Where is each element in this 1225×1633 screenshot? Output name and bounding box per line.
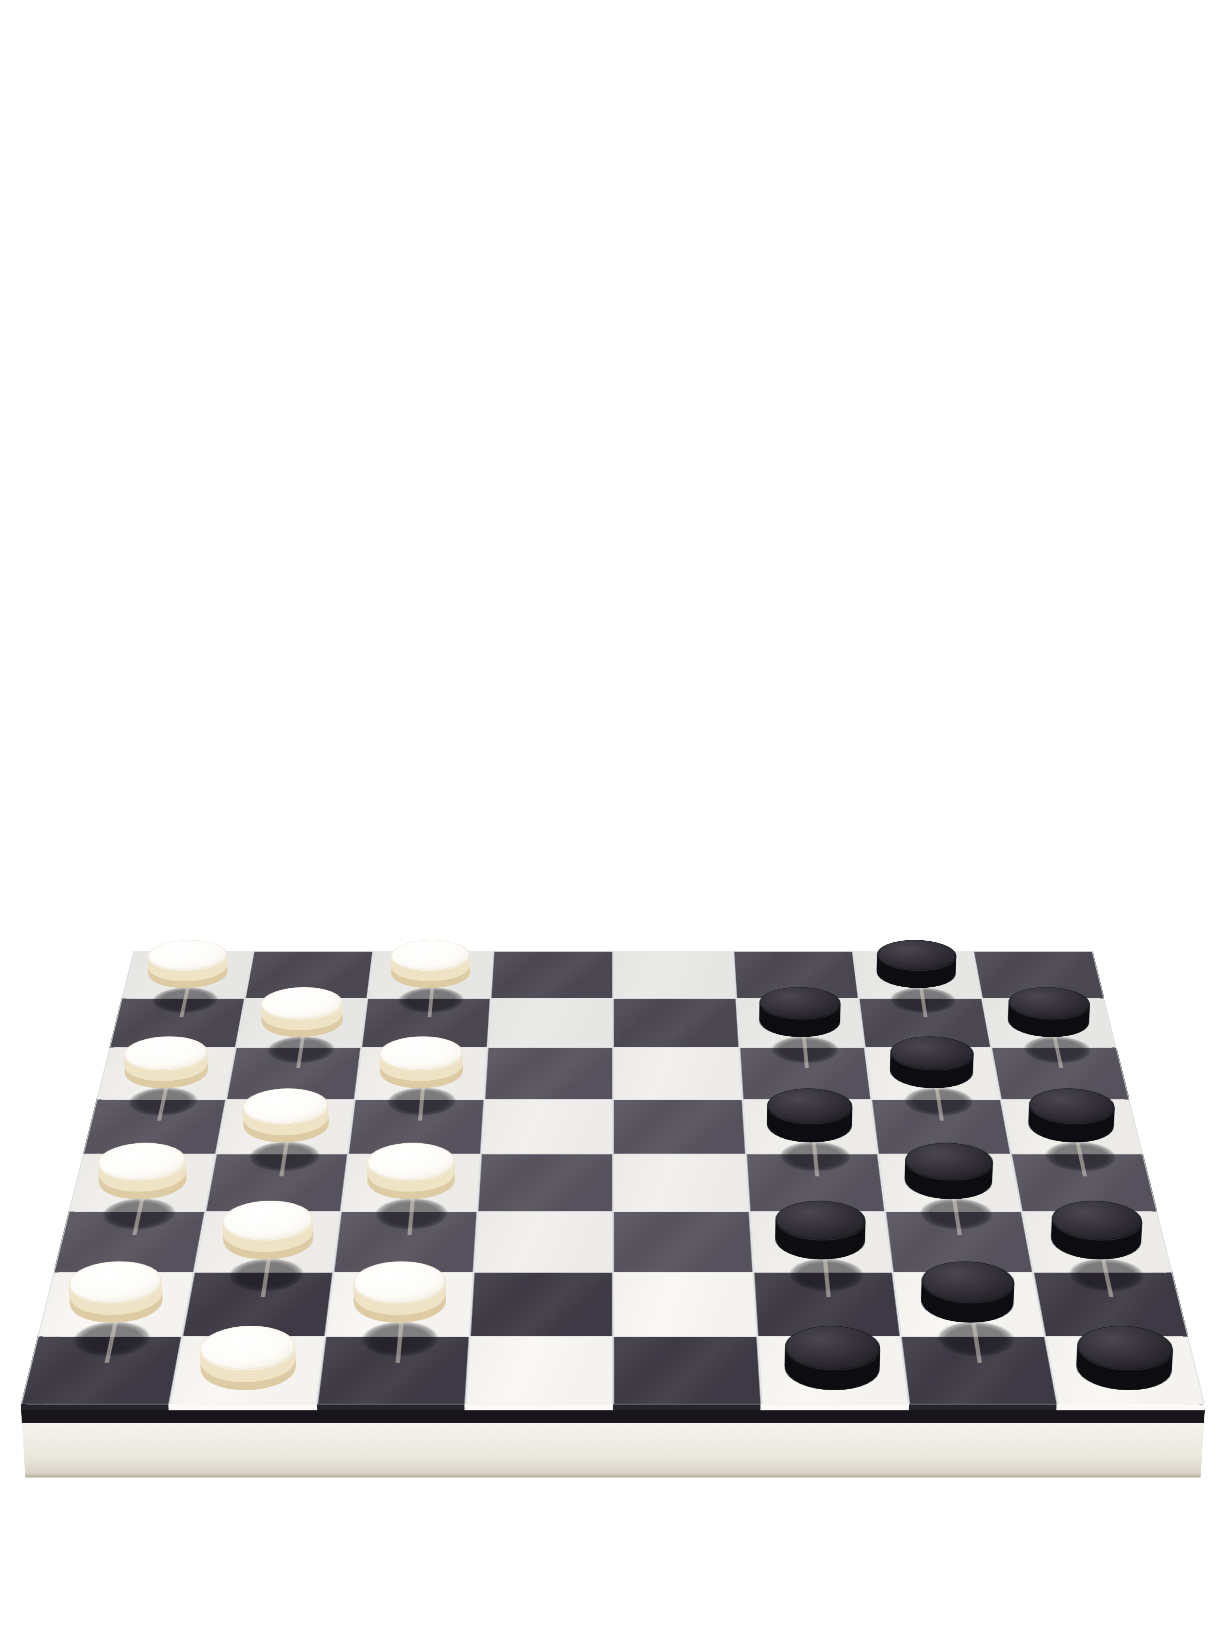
square-e3 <box>613 1212 753 1273</box>
square-d4 <box>477 1154 613 1212</box>
checker-black-h1 <box>1072 1348 1176 1392</box>
square-e1 <box>613 1336 761 1404</box>
square-d2 <box>469 1272 613 1336</box>
square-e6 <box>613 1048 742 1100</box>
checker-black-g2 <box>919 1283 1018 1325</box>
checker-black-f7 <box>758 1007 842 1039</box>
square-d8 <box>490 951 613 998</box>
square-e7 <box>613 998 739 1047</box>
checker-black-h5 <box>1025 1109 1118 1144</box>
checker-cream-c2 <box>352 1283 448 1325</box>
checker-cream-b5 <box>240 1109 330 1144</box>
checker-cream-a2 <box>66 1283 167 1325</box>
square-d5 <box>481 1099 614 1154</box>
square-e8 <box>613 951 736 998</box>
checker-cream-c8 <box>390 959 472 989</box>
square-d7 <box>487 998 613 1047</box>
checker-black-f1 <box>783 1348 882 1392</box>
square-d3 <box>473 1212 613 1273</box>
square-e4 <box>613 1154 749 1212</box>
square-e2 <box>613 1272 757 1336</box>
checker-black-h7 <box>1005 1007 1093 1039</box>
checker-cream-b7 <box>259 1007 345 1039</box>
square-e5 <box>613 1099 746 1154</box>
board-front-rim <box>21 1410 1205 1423</box>
checker-cream-a8 <box>145 959 230 989</box>
checkers-board <box>21 951 1205 1404</box>
board-front-base <box>22 1423 1204 1478</box>
board-front-face <box>21 1404 1205 1477</box>
checker-black-f5 <box>765 1109 853 1144</box>
checker-black-g8 <box>875 959 959 989</box>
square-d6 <box>484 1048 613 1100</box>
product-photo <box>0 0 1225 1633</box>
square-d1 <box>465 1336 613 1404</box>
checker-cream-b1 <box>197 1348 299 1392</box>
